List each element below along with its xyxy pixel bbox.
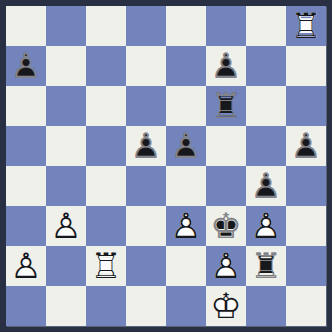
piece-glyph-outline: ♙ — [246, 166, 286, 206]
square-d2[interactable] — [126, 246, 166, 286]
square-b2[interactable] — [46, 246, 86, 286]
square-a5[interactable] — [6, 126, 46, 166]
square-g8[interactable] — [246, 6, 286, 46]
square-g3[interactable]: ♟♙ — [246, 206, 286, 246]
square-d5[interactable]: ♟♙ — [126, 126, 166, 166]
piece-glyph-outline: ♙ — [166, 206, 206, 246]
square-f4[interactable] — [206, 166, 246, 206]
white-rook[interactable]: ♜♖ — [286, 6, 326, 46]
square-d3[interactable] — [126, 206, 166, 246]
square-e2[interactable] — [166, 246, 206, 286]
square-h1[interactable] — [286, 286, 326, 326]
square-g6[interactable] — [246, 86, 286, 126]
piece-glyph-outline: ♙ — [206, 246, 246, 286]
square-b8[interactable] — [46, 6, 86, 46]
piece-glyph-outline: ♖ — [246, 246, 286, 286]
square-h5[interactable]: ♟♙ — [286, 126, 326, 166]
piece-glyph-outline: ♙ — [6, 46, 46, 86]
square-f2[interactable]: ♟♙ — [206, 246, 246, 286]
white-pawn[interactable]: ♟♙ — [206, 246, 246, 286]
square-b6[interactable] — [46, 86, 86, 126]
white-pawn[interactable]: ♟♙ — [46, 206, 86, 246]
square-g7[interactable] — [246, 46, 286, 86]
square-c3[interactable] — [86, 206, 126, 246]
square-a4[interactable] — [6, 166, 46, 206]
square-d6[interactable] — [126, 86, 166, 126]
black-pawn[interactable]: ♟♙ — [6, 46, 46, 86]
square-h8[interactable]: ♜♖ — [286, 6, 326, 46]
piece-glyph-outline: ♙ — [46, 206, 86, 246]
board-frame: ♜♖♟♙♟♙♜♖♟♙♟♙♟♙♟♙♟♙♟♙♚♔♟♙♟♙♜♖♟♙♜♖♚♔ — [0, 0, 332, 332]
square-b5[interactable] — [46, 126, 86, 166]
square-g2[interactable]: ♜♖ — [246, 246, 286, 286]
square-e8[interactable] — [166, 6, 206, 46]
square-a8[interactable] — [6, 6, 46, 46]
white-pawn[interactable]: ♟♙ — [166, 206, 206, 246]
square-a7[interactable]: ♟♙ — [6, 46, 46, 86]
square-e5[interactable]: ♟♙ — [166, 126, 206, 166]
square-a2[interactable]: ♟♙ — [6, 246, 46, 286]
square-a1[interactable] — [6, 286, 46, 326]
piece-glyph-outline: ♖ — [286, 6, 326, 46]
black-pawn[interactable]: ♟♙ — [286, 126, 326, 166]
piece-glyph-outline: ♙ — [286, 126, 326, 166]
piece-glyph-outline: ♙ — [126, 126, 166, 166]
square-c5[interactable] — [86, 126, 126, 166]
square-d7[interactable] — [126, 46, 166, 86]
black-pawn[interactable]: ♟♙ — [206, 46, 246, 86]
square-d4[interactable] — [126, 166, 166, 206]
square-f7[interactable]: ♟♙ — [206, 46, 246, 86]
square-a6[interactable] — [6, 86, 46, 126]
piece-glyph-outline: ♙ — [166, 126, 206, 166]
piece-glyph-outline: ♔ — [206, 286, 246, 326]
black-rook[interactable]: ♜♖ — [206, 86, 246, 126]
square-f3[interactable]: ♚♔ — [206, 206, 246, 246]
piece-glyph-outline: ♖ — [86, 246, 126, 286]
square-h7[interactable] — [286, 46, 326, 86]
square-e1[interactable] — [166, 286, 206, 326]
square-g1[interactable] — [246, 286, 286, 326]
white-king[interactable]: ♚♔ — [206, 286, 246, 326]
white-pawn[interactable]: ♟♙ — [246, 206, 286, 246]
piece-glyph-outline: ♙ — [206, 46, 246, 86]
piece-glyph-outline: ♖ — [206, 86, 246, 126]
piece-glyph-outline: ♙ — [6, 246, 46, 286]
square-e3[interactable]: ♟♙ — [166, 206, 206, 246]
square-f5[interactable] — [206, 126, 246, 166]
black-pawn[interactable]: ♟♙ — [126, 126, 166, 166]
square-d1[interactable] — [126, 286, 166, 326]
piece-glyph-outline: ♙ — [246, 206, 286, 246]
square-f1[interactable]: ♚♔ — [206, 286, 246, 326]
square-h6[interactable] — [286, 86, 326, 126]
square-a3[interactable] — [6, 206, 46, 246]
square-c6[interactable] — [86, 86, 126, 126]
black-king[interactable]: ♚♔ — [206, 206, 246, 246]
chess-board: ♜♖♟♙♟♙♜♖♟♙♟♙♟♙♟♙♟♙♟♙♚♔♟♙♟♙♜♖♟♙♜♖♚♔ — [6, 6, 326, 326]
black-rook[interactable]: ♜♖ — [246, 246, 286, 286]
square-e7[interactable] — [166, 46, 206, 86]
square-b4[interactable] — [46, 166, 86, 206]
square-e4[interactable] — [166, 166, 206, 206]
black-pawn[interactable]: ♟♙ — [246, 166, 286, 206]
black-pawn[interactable]: ♟♙ — [166, 126, 206, 166]
square-b3[interactable]: ♟♙ — [46, 206, 86, 246]
square-g5[interactable] — [246, 126, 286, 166]
square-h3[interactable] — [286, 206, 326, 246]
square-f8[interactable] — [206, 6, 246, 46]
square-d8[interactable] — [126, 6, 166, 46]
square-c2[interactable]: ♜♖ — [86, 246, 126, 286]
square-b1[interactable] — [46, 286, 86, 326]
square-h4[interactable] — [286, 166, 326, 206]
square-h2[interactable] — [286, 246, 326, 286]
square-b7[interactable] — [46, 46, 86, 86]
white-pawn[interactable]: ♟♙ — [6, 246, 46, 286]
square-c8[interactable] — [86, 6, 126, 46]
square-e6[interactable] — [166, 86, 206, 126]
square-c7[interactable] — [86, 46, 126, 86]
square-c1[interactable] — [86, 286, 126, 326]
square-f6[interactable]: ♜♖ — [206, 86, 246, 126]
white-rook[interactable]: ♜♖ — [86, 246, 126, 286]
piece-glyph-outline: ♔ — [206, 206, 246, 246]
square-g4[interactable]: ♟♙ — [246, 166, 286, 206]
square-c4[interactable] — [86, 166, 126, 206]
